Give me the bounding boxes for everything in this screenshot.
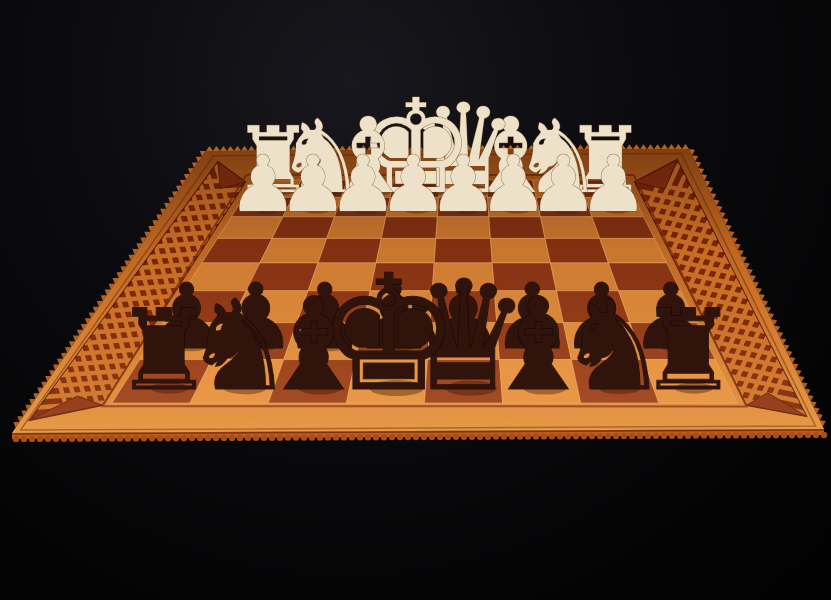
chessboard-photo-scene: ♜♞♝♛♚♝♞♜♟♟♟♟♟♟♟♟♟♟♟♟♟♟♟♟♜♞♝♛♚♝♞♜ <box>0 0 831 600</box>
square-a4[interactable] <box>600 238 667 263</box>
leather-chessboard: ♜♞♝♛♚♝♞♜♟♟♟♟♟♟♟♟♟♟♟♟♟♟♟♟♜♞♝♛♚♝♞♜ <box>0 0 831 600</box>
piece-black-rook-h8[interactable]: ♜ <box>114 285 214 415</box>
piece-white-pawn-h2[interactable]: ♟ <box>228 139 298 229</box>
square-b4[interactable] <box>545 238 608 263</box>
